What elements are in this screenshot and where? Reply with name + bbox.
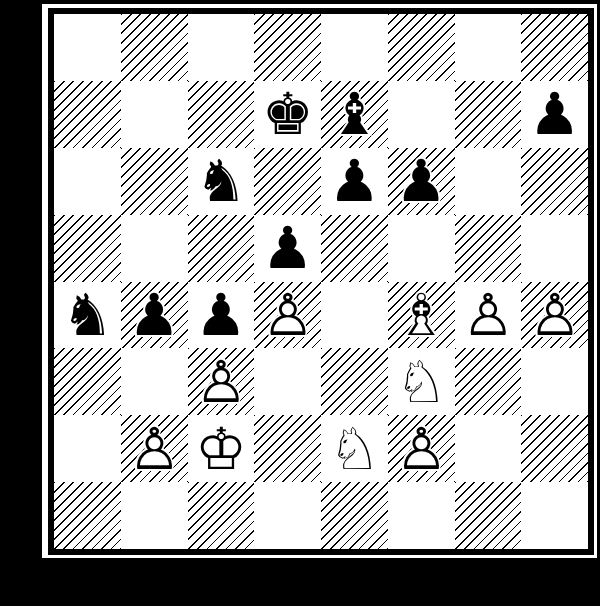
square-c7[interactable] bbox=[188, 81, 255, 148]
square-c4[interactable]: ♟♟ bbox=[188, 282, 255, 349]
piece-white-knight: ♞♘ bbox=[321, 415, 388, 482]
square-f1[interactable] bbox=[388, 482, 455, 549]
piece-glyph: ♟ bbox=[388, 148, 455, 215]
piece-glyph: ♙ bbox=[188, 348, 255, 415]
square-b6[interactable] bbox=[121, 148, 188, 215]
square-b5[interactable] bbox=[121, 215, 188, 282]
square-h5[interactable] bbox=[521, 215, 588, 282]
square-a3[interactable] bbox=[54, 348, 121, 415]
piece-black-pawn: ♟♟ bbox=[521, 81, 588, 148]
piece-glyph: ♙ bbox=[455, 282, 522, 349]
piece-white-king: ♚♔ bbox=[188, 415, 255, 482]
square-b7[interactable] bbox=[121, 81, 188, 148]
chess-diagram-canvas: ♚♚♝♝♟♟♞♞♟♟♟♟♟♟♞♞♟♟♟♟♟♙♝♗♟♙♟♙♟♙♞♘♟♙♚♔♞♘♟♙ bbox=[0, 0, 600, 606]
piece-white-knight: ♞♘ bbox=[388, 348, 455, 415]
square-h4[interactable]: ♟♙ bbox=[521, 282, 588, 349]
square-d5[interactable]: ♟♟ bbox=[254, 215, 321, 282]
square-d6[interactable] bbox=[254, 148, 321, 215]
piece-white-pawn: ♟♙ bbox=[254, 282, 321, 349]
square-f8[interactable] bbox=[388, 14, 455, 81]
square-e4[interactable] bbox=[321, 282, 388, 349]
square-c6[interactable]: ♞♞ bbox=[188, 148, 255, 215]
piece-white-pawn: ♟♙ bbox=[455, 282, 522, 349]
piece-glyph: ♞ bbox=[54, 282, 121, 349]
piece-black-knight: ♞♞ bbox=[54, 282, 121, 349]
square-h8[interactable] bbox=[521, 14, 588, 81]
piece-black-pawn: ♟♟ bbox=[188, 282, 255, 349]
square-c2[interactable]: ♚♔ bbox=[188, 415, 255, 482]
piece-glyph: ♙ bbox=[121, 415, 188, 482]
piece-black-knight: ♞♞ bbox=[188, 148, 255, 215]
piece-black-pawn: ♟♟ bbox=[254, 215, 321, 282]
square-e1[interactable] bbox=[321, 482, 388, 549]
square-d4[interactable]: ♟♙ bbox=[254, 282, 321, 349]
square-c1[interactable] bbox=[188, 482, 255, 549]
square-b1[interactable] bbox=[121, 482, 188, 549]
square-e6[interactable]: ♟♟ bbox=[321, 148, 388, 215]
board-white-outline: ♚♚♝♝♟♟♞♞♟♟♟♟♟♟♞♞♟♟♟♟♟♙♝♗♟♙♟♙♟♙♞♘♟♙♚♔♞♘♟♙ bbox=[42, 4, 597, 558]
square-c8[interactable] bbox=[188, 14, 255, 81]
piece-glyph: ♘ bbox=[388, 348, 455, 415]
square-a6[interactable] bbox=[54, 148, 121, 215]
piece-glyph: ♔ bbox=[188, 415, 255, 482]
piece-white-pawn: ♟♙ bbox=[121, 415, 188, 482]
square-a5[interactable] bbox=[54, 215, 121, 282]
square-a2[interactable] bbox=[54, 415, 121, 482]
square-g7[interactable] bbox=[455, 81, 522, 148]
square-b8[interactable] bbox=[121, 14, 188, 81]
piece-black-bishop: ♝♝ bbox=[321, 81, 388, 148]
piece-white-pawn: ♟♙ bbox=[188, 348, 255, 415]
square-h6[interactable] bbox=[521, 148, 588, 215]
piece-black-pawn: ♟♟ bbox=[121, 282, 188, 349]
piece-glyph: ♟ bbox=[321, 148, 388, 215]
piece-glyph: ♟ bbox=[254, 215, 321, 282]
square-h7[interactable]: ♟♟ bbox=[521, 81, 588, 148]
square-h2[interactable] bbox=[521, 415, 588, 482]
piece-black-king: ♚♚ bbox=[254, 81, 321, 148]
square-f5[interactable] bbox=[388, 215, 455, 282]
square-g1[interactable] bbox=[455, 482, 522, 549]
piece-white-pawn: ♟♙ bbox=[388, 415, 455, 482]
square-g8[interactable] bbox=[455, 14, 522, 81]
board-frame: ♚♚♝♝♟♟♞♞♟♟♟♟♟♟♞♞♟♟♟♟♟♙♝♗♟♙♟♙♟♙♞♘♟♙♚♔♞♘♟♙ bbox=[48, 8, 594, 555]
piece-glyph: ♙ bbox=[521, 282, 588, 349]
square-h3[interactable] bbox=[521, 348, 588, 415]
square-f6[interactable]: ♟♟ bbox=[388, 148, 455, 215]
piece-black-pawn: ♟♟ bbox=[388, 148, 455, 215]
piece-glyph: ♘ bbox=[321, 415, 388, 482]
square-g6[interactable] bbox=[455, 148, 522, 215]
square-g4[interactable]: ♟♙ bbox=[455, 282, 522, 349]
square-f4[interactable]: ♝♗ bbox=[388, 282, 455, 349]
square-a7[interactable] bbox=[54, 81, 121, 148]
piece-glyph: ♞ bbox=[188, 148, 255, 215]
piece-white-bishop: ♝♗ bbox=[388, 282, 455, 349]
piece-white-pawn: ♟♙ bbox=[521, 282, 588, 349]
square-f7[interactable] bbox=[388, 81, 455, 148]
chess-board: ♚♚♝♝♟♟♞♞♟♟♟♟♟♟♞♞♟♟♟♟♟♙♝♗♟♙♟♙♟♙♞♘♟♙♚♔♞♘♟♙ bbox=[54, 14, 588, 549]
square-b3[interactable] bbox=[121, 348, 188, 415]
piece-glyph: ♙ bbox=[254, 282, 321, 349]
square-a1[interactable] bbox=[54, 482, 121, 549]
square-a4[interactable]: ♞♞ bbox=[54, 282, 121, 349]
piece-glyph: ♟ bbox=[521, 81, 588, 148]
square-d3[interactable] bbox=[254, 348, 321, 415]
square-c5[interactable] bbox=[188, 215, 255, 282]
square-a8[interactable] bbox=[54, 14, 121, 81]
piece-glyph: ♟ bbox=[121, 282, 188, 349]
piece-glyph: ♚ bbox=[254, 81, 321, 148]
piece-glyph: ♟ bbox=[188, 282, 255, 349]
square-b4[interactable]: ♟♟ bbox=[121, 282, 188, 349]
square-e3[interactable] bbox=[321, 348, 388, 415]
piece-glyph: ♗ bbox=[388, 282, 455, 349]
square-h1[interactable] bbox=[521, 482, 588, 549]
square-g2[interactable] bbox=[455, 415, 522, 482]
square-f2[interactable]: ♟♙ bbox=[388, 415, 455, 482]
square-d2[interactable] bbox=[254, 415, 321, 482]
piece-black-pawn: ♟♟ bbox=[321, 148, 388, 215]
square-e5[interactable] bbox=[321, 215, 388, 282]
piece-glyph: ♙ bbox=[388, 415, 455, 482]
square-g3[interactable] bbox=[455, 348, 522, 415]
square-d8[interactable] bbox=[254, 14, 321, 81]
square-f3[interactable]: ♞♘ bbox=[388, 348, 455, 415]
square-e8[interactable] bbox=[321, 14, 388, 81]
piece-glyph: ♝ bbox=[321, 81, 388, 148]
square-b2[interactable]: ♟♙ bbox=[121, 415, 188, 482]
square-d7[interactable]: ♚♚ bbox=[254, 81, 321, 148]
square-e2[interactable]: ♞♘ bbox=[321, 415, 388, 482]
square-g5[interactable] bbox=[455, 215, 522, 282]
square-e7[interactable]: ♝♝ bbox=[321, 81, 388, 148]
square-d1[interactable] bbox=[254, 482, 321, 549]
square-c3[interactable]: ♟♙ bbox=[188, 348, 255, 415]
